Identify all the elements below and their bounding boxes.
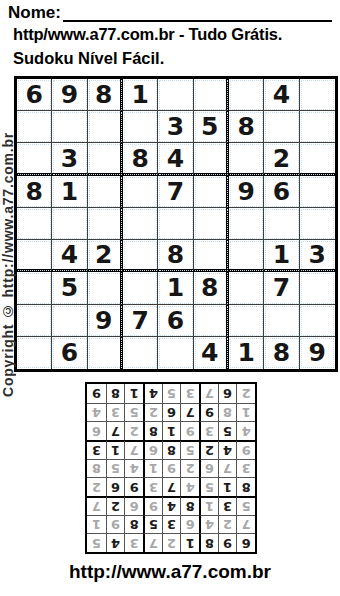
puzzle-cell	[229, 79, 264, 111]
puzzle-cell: 1	[158, 272, 193, 304]
puzzle-cell: 1	[229, 337, 264, 369]
solution-cell: 3	[124, 533, 143, 552]
solution-cell: 2	[199, 440, 218, 459]
puzzle-cell: 2	[88, 240, 123, 272]
solution-cell: 7	[236, 515, 255, 534]
puzzle-cell	[123, 337, 158, 369]
solution-cell: 4	[124, 459, 143, 478]
puzzle-cell	[264, 208, 299, 240]
puzzle-cell: 3	[300, 240, 335, 272]
puzzle-cell	[17, 208, 52, 240]
puzzle-cell	[17, 272, 52, 304]
solution-cell: 2	[143, 403, 162, 422]
solution-cell: 9	[218, 533, 237, 552]
puzzle-cell	[158, 337, 193, 369]
puzzle-cell	[300, 111, 335, 143]
puzzle-cell	[17, 305, 52, 337]
puzzle-cell	[158, 208, 193, 240]
solution-cell: 4	[180, 477, 199, 496]
solution-cell: 6	[199, 459, 218, 478]
puzzle-cell	[194, 79, 229, 111]
solution-cell: 6	[106, 477, 125, 496]
puzzle-cell: 9	[52, 79, 87, 111]
puzzle-cell: 6	[264, 176, 299, 208]
name-label: Nome:	[8, 3, 61, 23]
name-row: Nome:	[8, 3, 332, 23]
solution-cell: 5	[218, 421, 237, 440]
puzzle-cell	[300, 272, 335, 304]
puzzle-cell	[194, 240, 229, 272]
solution-cell: 8	[106, 384, 125, 403]
copyright-vertical-text: Copyright © http://www.a77.com.br	[0, 82, 16, 446]
solution-cell: 4	[143, 384, 162, 403]
solution-cell: 1	[218, 477, 237, 496]
solution-cell: 3	[143, 477, 162, 496]
sudoku-solution-grid-rotated: 6981273457246358915318496278154739623762…	[85, 382, 257, 554]
solution-cell: 8	[236, 477, 255, 496]
solution-cell: 8	[143, 421, 162, 440]
puzzle-cell: 8	[194, 272, 229, 304]
solution-cell: 3	[199, 421, 218, 440]
puzzle-cell	[88, 337, 123, 369]
puzzle-cell	[194, 208, 229, 240]
solution-cell: 6	[236, 533, 255, 552]
puzzle-cell: 7	[158, 176, 193, 208]
puzzle-cell	[300, 79, 335, 111]
puzzle-cell: 6	[52, 337, 87, 369]
puzzle-cell	[194, 143, 229, 175]
puzzle-cell	[229, 240, 264, 272]
solution-cell: 8	[87, 459, 106, 478]
puzzle-cell	[17, 143, 52, 175]
puzzle-cell	[300, 143, 335, 175]
solution-cell: 5	[236, 496, 255, 515]
puzzle-cell: 3	[158, 111, 193, 143]
solution-cell: 2	[162, 533, 181, 552]
solution-cell: 6	[87, 421, 106, 440]
solution-cell: 8	[124, 515, 143, 534]
puzzle-cell: 1	[123, 79, 158, 111]
puzzle-cell: 3	[52, 143, 87, 175]
sudoku-puzzle-grid: 6981435838428179642813518797664189	[14, 76, 338, 372]
puzzle-cell	[52, 208, 87, 240]
puzzle-cell	[229, 272, 264, 304]
footer-url: http://www.a77.com.br	[0, 561, 340, 583]
name-underline	[63, 19, 332, 22]
solution-cell: 3	[87, 440, 106, 459]
puzzle-cell	[88, 143, 123, 175]
solution-cell: 5	[87, 533, 106, 552]
solution-cell: 2	[124, 421, 143, 440]
puzzle-cell: 8	[17, 176, 52, 208]
solution-cell: 5	[124, 403, 143, 422]
puzzle-cell	[123, 111, 158, 143]
solution-cell: 4	[218, 440, 237, 459]
solution-cell: 2	[236, 384, 255, 403]
puzzle-cell: 8	[88, 79, 123, 111]
puzzle-cell: 9	[229, 176, 264, 208]
solution-cell: 7	[143, 533, 162, 552]
solution-cell: 4	[162, 496, 181, 515]
puzzle-cell	[300, 305, 335, 337]
puzzle-cell	[17, 337, 52, 369]
solution-cell: 9	[124, 477, 143, 496]
puzzle-cell: 1	[264, 240, 299, 272]
puzzle-cell	[88, 208, 123, 240]
solution-cell: 8	[218, 403, 237, 422]
solution-cell: 9	[199, 403, 218, 422]
puzzle-cell: 4	[194, 337, 229, 369]
puzzle-cell	[264, 111, 299, 143]
solution-cell: 9	[106, 515, 125, 534]
solution-cell: 5	[106, 459, 125, 478]
solution-cell: 9	[180, 421, 199, 440]
puzzle-cell	[300, 176, 335, 208]
puzzle-cell	[194, 176, 229, 208]
solution-cell: 5	[199, 477, 218, 496]
puzzle-cell: 6	[17, 79, 52, 111]
solution-cell: 8	[199, 533, 218, 552]
solution-cell: 6	[180, 515, 199, 534]
solution-cell: 6	[124, 496, 143, 515]
puzzle-cell: 8	[229, 111, 264, 143]
puzzle-cell: 4	[264, 79, 299, 111]
solution-cell: 1	[106, 440, 125, 459]
solution-cell: 4	[106, 533, 125, 552]
puzzle-cell	[52, 305, 87, 337]
solution-cell: 7	[87, 496, 106, 515]
puzzle-cell	[264, 305, 299, 337]
puzzle-cell: 2	[264, 143, 299, 175]
solution-cell: 3	[106, 403, 125, 422]
solution-cell: 1	[199, 496, 218, 515]
puzzle-cell: 9	[88, 305, 123, 337]
puzzle-cell: 9	[300, 337, 335, 369]
solution-cell: 1	[162, 421, 181, 440]
sudoku-worksheet-page: Nome: http/www.a77.com.br - Tudo Grátis.…	[0, 0, 340, 596]
solution-cell: 1	[143, 459, 162, 478]
solution-cell: 3	[236, 459, 255, 478]
puzzle-cell: 4	[52, 240, 87, 272]
solution-cell: 1	[180, 533, 199, 552]
puzzle-cell	[52, 111, 87, 143]
solution-cell: 6	[143, 440, 162, 459]
solution-cell: 8	[180, 496, 199, 515]
puzzle-cell	[300, 208, 335, 240]
site-title: http/www.a77.com.br - Tudo Grátis.	[13, 25, 282, 44]
puzzle-cell	[88, 176, 123, 208]
puzzle-cell: 6	[158, 305, 193, 337]
solution-cell: 9	[87, 384, 106, 403]
puzzle-cell: 1	[52, 176, 87, 208]
puzzle-cell	[88, 272, 123, 304]
puzzle-cell: 5	[194, 111, 229, 143]
solution-cell: 3	[162, 515, 181, 534]
puzzle-cell	[123, 176, 158, 208]
puzzle-cell	[123, 272, 158, 304]
solution-cell: 6	[218, 384, 237, 403]
puzzle-cell	[17, 111, 52, 143]
solution-cell: 7	[199, 384, 218, 403]
solution-cell: 8	[162, 440, 181, 459]
solution-cell: 7	[106, 421, 125, 440]
solution-cell: 7	[124, 440, 143, 459]
solution-cell: 1	[87, 515, 106, 534]
solution-cell: 9	[162, 459, 181, 478]
solution-cell: 5	[180, 440, 199, 459]
solution-cell: 9	[236, 440, 255, 459]
solution-cell: 6	[162, 403, 181, 422]
puzzle-cell: 4	[158, 143, 193, 175]
puzzle-cell: 8	[158, 240, 193, 272]
puzzle-cell	[194, 305, 229, 337]
solution-cell: 4	[236, 421, 255, 440]
solution-cell: 2	[218, 515, 237, 534]
puzzle-cell: 8	[123, 143, 158, 175]
puzzle-cell	[123, 240, 158, 272]
puzzle-cell	[88, 111, 123, 143]
solution-cell: 1	[124, 384, 143, 403]
solution-cell: 2	[180, 459, 199, 478]
solution-cell: 4	[199, 515, 218, 534]
puzzle-cell: 8	[264, 337, 299, 369]
solution-cell: 1	[236, 403, 255, 422]
puzzle-cell: 7	[264, 272, 299, 304]
solution-cell: 5	[162, 384, 181, 403]
solution-cell: 9	[143, 496, 162, 515]
solution-cell: 7	[180, 403, 199, 422]
puzzle-cell	[123, 208, 158, 240]
puzzle-cell	[229, 143, 264, 175]
solution-cell: 7	[218, 459, 237, 478]
puzzle-cell	[229, 208, 264, 240]
solution-cell: 5	[143, 515, 162, 534]
puzzle-cell	[17, 240, 52, 272]
puzzle-cell: 7	[123, 305, 158, 337]
puzzle-cell	[158, 79, 193, 111]
solution-cell: 3	[180, 384, 199, 403]
puzzle-cell: 5	[52, 272, 87, 304]
solution-cell: 4	[87, 403, 106, 422]
solution-cell: 2	[87, 477, 106, 496]
solution-cell: 7	[162, 477, 181, 496]
solution-cell: 2	[106, 496, 125, 515]
puzzle-level-title: Sudoku Nível Fácil.	[13, 49, 164, 68]
solution-cell: 3	[218, 496, 237, 515]
puzzle-cell	[229, 305, 264, 337]
